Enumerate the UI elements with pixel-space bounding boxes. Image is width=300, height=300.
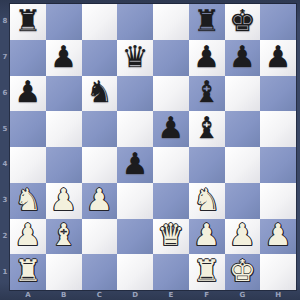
square-h8[interactable]: [260, 4, 296, 40]
square-a4[interactable]: [10, 147, 46, 183]
file-label-b: B: [46, 291, 82, 299]
square-a3[interactable]: ♞: [10, 183, 46, 219]
square-e3[interactable]: [153, 183, 189, 219]
square-h3[interactable]: [260, 183, 296, 219]
piece-white-pawn[interactable]: ♟: [265, 220, 292, 250]
square-h5[interactable]: [260, 111, 296, 147]
square-c5[interactable]: [82, 111, 118, 147]
rank-label-5: 5: [0, 126, 10, 133]
square-d2[interactable]: [117, 219, 153, 255]
square-a1[interactable]: ♜: [10, 254, 46, 290]
rank-label-1: 1: [0, 269, 10, 276]
piece-black-pawn[interactable]: ♟: [265, 42, 292, 72]
square-e2[interactable]: ♛: [153, 219, 189, 255]
square-b3[interactable]: ♟: [46, 183, 82, 219]
square-d6[interactable]: [117, 76, 153, 112]
square-e1[interactable]: [153, 254, 189, 290]
rank-label-4: 4: [0, 161, 10, 168]
piece-white-bishop[interactable]: ♝: [50, 220, 77, 250]
piece-black-pawn[interactable]: ♟: [157, 113, 184, 143]
square-e6[interactable]: [153, 76, 189, 112]
piece-white-knight[interactable]: ♞: [193, 185, 220, 215]
file-label-f: F: [189, 291, 225, 299]
piece-white-pawn[interactable]: ♟: [14, 220, 41, 250]
square-d3[interactable]: [117, 183, 153, 219]
piece-black-rook[interactable]: ♜: [14, 6, 41, 36]
square-h6[interactable]: [260, 76, 296, 112]
square-b8[interactable]: [46, 4, 82, 40]
square-f4[interactable]: [189, 147, 225, 183]
square-f1[interactable]: ♜: [189, 254, 225, 290]
square-c3[interactable]: ♟: [82, 183, 118, 219]
piece-black-bishop[interactable]: ♝: [193, 113, 220, 143]
piece-white-pawn[interactable]: ♟: [50, 185, 77, 215]
square-a5[interactable]: [10, 111, 46, 147]
piece-black-bishop[interactable]: ♝: [193, 77, 220, 107]
file-label-e: E: [153, 291, 189, 299]
square-a8[interactable]: ♜: [10, 4, 46, 40]
square-f5[interactable]: ♝: [189, 111, 225, 147]
square-b6[interactable]: [46, 76, 82, 112]
square-h7[interactable]: ♟: [260, 40, 296, 76]
square-b2[interactable]: ♝: [46, 219, 82, 255]
square-e5[interactable]: ♟: [153, 111, 189, 147]
piece-white-queen[interactable]: ♛: [157, 220, 184, 250]
square-g3[interactable]: [225, 183, 261, 219]
square-d4[interactable]: ♟: [117, 147, 153, 183]
piece-black-pawn[interactable]: ♟: [50, 42, 77, 72]
square-f3[interactable]: ♞: [189, 183, 225, 219]
rank-label-2: 2: [0, 233, 10, 240]
square-c1[interactable]: [82, 254, 118, 290]
square-c8[interactable]: [82, 4, 118, 40]
square-g7[interactable]: ♟: [225, 40, 261, 76]
chess-board: ♜♜♚♟♛♟♟♟♟♞♝♟♝♟♞♟♟♞♟♝♛♟♟♟♜♜♚ 87654321ABCD…: [0, 0, 300, 300]
rank-label-7: 7: [0, 54, 10, 61]
square-a6[interactable]: ♟: [10, 76, 46, 112]
rank-label-8: 8: [0, 18, 10, 25]
square-f2[interactable]: ♟: [189, 219, 225, 255]
square-g6[interactable]: [225, 76, 261, 112]
square-e7[interactable]: [153, 40, 189, 76]
square-h1[interactable]: [260, 254, 296, 290]
square-d8[interactable]: [117, 4, 153, 40]
piece-black-pawn[interactable]: ♟: [229, 42, 256, 72]
square-g8[interactable]: ♚: [225, 4, 261, 40]
piece-white-rook[interactable]: ♜: [14, 256, 41, 286]
square-b7[interactable]: ♟: [46, 40, 82, 76]
piece-white-pawn[interactable]: ♟: [229, 220, 256, 250]
square-g1[interactable]: ♚: [225, 254, 261, 290]
square-g2[interactable]: ♟: [225, 219, 261, 255]
file-label-c: C: [82, 291, 118, 299]
piece-white-pawn[interactable]: ♟: [193, 220, 220, 250]
square-g5[interactable]: [225, 111, 261, 147]
square-h4[interactable]: [260, 147, 296, 183]
square-c6[interactable]: ♞: [82, 76, 118, 112]
board-grid: ♜♜♚♟♛♟♟♟♟♞♝♟♝♟♞♟♟♞♟♝♛♟♟♟♜♜♚: [10, 4, 296, 290]
file-label-h: H: [260, 291, 296, 299]
piece-white-pawn[interactable]: ♟: [86, 185, 113, 215]
piece-black-pawn[interactable]: ♟: [193, 42, 220, 72]
square-d5[interactable]: [117, 111, 153, 147]
square-c4[interactable]: [82, 147, 118, 183]
square-b4[interactable]: [46, 147, 82, 183]
square-f8[interactable]: ♜: [189, 4, 225, 40]
square-b1[interactable]: [46, 254, 82, 290]
square-c7[interactable]: [82, 40, 118, 76]
square-h2[interactable]: ♟: [260, 219, 296, 255]
square-f7[interactable]: ♟: [189, 40, 225, 76]
piece-white-king[interactable]: ♚: [229, 256, 256, 286]
piece-black-knight[interactable]: ♞: [86, 77, 113, 107]
square-f6[interactable]: ♝: [189, 76, 225, 112]
piece-black-king[interactable]: ♚: [229, 6, 256, 36]
file-label-a: A: [10, 291, 46, 299]
square-e8[interactable]: [153, 4, 189, 40]
square-b5[interactable]: [46, 111, 82, 147]
file-label-g: G: [225, 291, 261, 299]
file-label-d: D: [117, 291, 153, 299]
piece-black-pawn[interactable]: ♟: [122, 149, 149, 179]
piece-black-queen[interactable]: ♛: [122, 42, 149, 72]
rank-label-3: 3: [0, 197, 10, 204]
square-d7[interactable]: ♛: [117, 40, 153, 76]
square-d1[interactable]: [117, 254, 153, 290]
piece-white-rook[interactable]: ♜: [193, 256, 220, 286]
square-a2[interactable]: ♟: [10, 219, 46, 255]
rank-label-6: 6: [0, 90, 10, 97]
square-a7[interactable]: [10, 40, 46, 76]
square-g4[interactable]: [225, 147, 261, 183]
square-e4[interactable]: [153, 147, 189, 183]
piece-black-rook[interactable]: ♜: [193, 6, 220, 36]
piece-black-pawn[interactable]: ♟: [14, 77, 41, 107]
square-c2[interactable]: [82, 219, 118, 255]
piece-white-knight[interactable]: ♞: [14, 185, 41, 215]
